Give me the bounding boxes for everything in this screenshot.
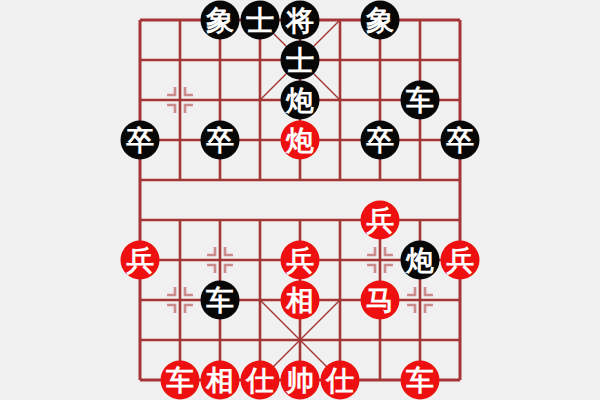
board-point-1-9[interactable]: 车 xyxy=(160,360,200,400)
red-elephant[interactable]: 相 xyxy=(281,281,320,320)
black-elephant[interactable]: 象 xyxy=(201,1,240,40)
board-point-0-0[interactable] xyxy=(120,0,160,40)
board-point-2-5[interactable] xyxy=(200,200,240,240)
board-point-7-0[interactable] xyxy=(400,0,440,40)
board-point-4-5[interactable] xyxy=(280,200,320,240)
board-point-1-3[interactable] xyxy=(160,120,200,160)
board-point-3-8[interactable] xyxy=(240,320,280,360)
board-point-8-2[interactable] xyxy=(440,80,480,120)
board-point-3-2[interactable] xyxy=(240,80,280,120)
black-elephant[interactable]: 象 xyxy=(361,1,400,40)
board-point-4-8[interactable] xyxy=(280,320,320,360)
board-point-1-6[interactable] xyxy=(160,240,200,280)
board-point-2-9[interactable]: 相 xyxy=(200,360,240,400)
board-point-2-4[interactable] xyxy=(200,160,240,200)
board-point-4-6[interactable]: 兵 xyxy=(280,240,320,280)
board-point-6-2[interactable] xyxy=(360,80,400,120)
board-point-6-3[interactable]: 卒 xyxy=(360,120,400,160)
board-point-7-2[interactable]: 车 xyxy=(400,80,440,120)
board-point-0-7[interactable] xyxy=(120,280,160,320)
board-point-6-8[interactable] xyxy=(360,320,400,360)
black-advisor[interactable]: 士 xyxy=(241,1,280,40)
board-point-8-3[interactable]: 卒 xyxy=(440,120,480,160)
red-cannon[interactable]: 炮 xyxy=(281,121,320,160)
board-point-2-7[interactable]: 车 xyxy=(200,280,240,320)
board-point-2-1[interactable] xyxy=(200,40,240,80)
board-grid: 象士将象士炮车卒卒炮卒卒兵兵兵炮兵车相马车相仕帅仕车 xyxy=(120,0,480,400)
black-soldier[interactable]: 卒 xyxy=(121,121,160,160)
board-point-3-4[interactable] xyxy=(240,160,280,200)
board-point-1-4[interactable] xyxy=(160,160,200,200)
board-point-5-3[interactable] xyxy=(320,120,360,160)
board-point-5-9[interactable]: 仕 xyxy=(320,360,360,400)
board-point-3-7[interactable] xyxy=(240,280,280,320)
board-point-2-0[interactable]: 象 xyxy=(200,0,240,40)
board-point-5-5[interactable] xyxy=(320,200,360,240)
black-advisor[interactable]: 士 xyxy=(281,41,320,80)
red-soldier[interactable]: 兵 xyxy=(121,241,160,280)
board-point-1-5[interactable] xyxy=(160,200,200,240)
black-soldier[interactable]: 卒 xyxy=(441,121,480,160)
red-horse[interactable]: 马 xyxy=(361,281,400,320)
board-point-2-8[interactable] xyxy=(200,320,240,360)
board-point-8-7[interactable] xyxy=(440,280,480,320)
board-point-8-1[interactable] xyxy=(440,40,480,80)
board-point-7-9[interactable]: 车 xyxy=(400,360,440,400)
board-point-0-3[interactable]: 卒 xyxy=(120,120,160,160)
board-point-3-6[interactable] xyxy=(240,240,280,280)
board-point-7-5[interactable] xyxy=(400,200,440,240)
board-point-7-7[interactable] xyxy=(400,280,440,320)
board-point-6-5[interactable]: 兵 xyxy=(360,200,400,240)
board-point-0-5[interactable] xyxy=(120,200,160,240)
board-point-6-7[interactable]: 马 xyxy=(360,280,400,320)
black-soldier[interactable]: 卒 xyxy=(361,121,400,160)
board-point-2-3[interactable]: 卒 xyxy=(200,120,240,160)
board-point-7-1[interactable] xyxy=(400,40,440,80)
black-chariot[interactable]: 车 xyxy=(201,281,240,320)
board-point-8-9[interactable] xyxy=(440,360,480,400)
board-point-3-5[interactable] xyxy=(240,200,280,240)
red-chariot[interactable]: 车 xyxy=(401,361,440,400)
board-point-8-6[interactable]: 兵 xyxy=(440,240,480,280)
board-point-3-3[interactable] xyxy=(240,120,280,160)
board-point-1-8[interactable] xyxy=(160,320,200,360)
board-point-7-8[interactable] xyxy=(400,320,440,360)
red-advisor[interactable]: 仕 xyxy=(321,361,360,400)
black-general[interactable]: 将 xyxy=(281,1,320,40)
board-point-1-0[interactable] xyxy=(160,0,200,40)
black-cannon[interactable]: 炮 xyxy=(401,241,440,280)
board-point-8-4[interactable] xyxy=(440,160,480,200)
board-point-3-1[interactable] xyxy=(240,40,280,80)
board-point-6-0[interactable]: 象 xyxy=(360,0,400,40)
board-point-1-2[interactable] xyxy=(160,80,200,120)
board-point-6-1[interactable] xyxy=(360,40,400,80)
board-point-4-2[interactable]: 炮 xyxy=(280,80,320,120)
board-point-5-1[interactable] xyxy=(320,40,360,80)
board-point-4-0[interactable]: 将 xyxy=(280,0,320,40)
board-point-5-0[interactable] xyxy=(320,0,360,40)
board-point-4-9[interactable]: 帅 xyxy=(280,360,320,400)
board-point-2-2[interactable] xyxy=(200,80,240,120)
red-advisor[interactable]: 仕 xyxy=(241,361,280,400)
board-point-8-5[interactable] xyxy=(440,200,480,240)
board-point-0-4[interactable] xyxy=(120,160,160,200)
black-chariot[interactable]: 车 xyxy=(401,81,440,120)
board-point-7-4[interactable] xyxy=(400,160,440,200)
board-point-6-9[interactable] xyxy=(360,360,400,400)
board-point-4-1[interactable]: 士 xyxy=(280,40,320,80)
board-point-2-6[interactable] xyxy=(200,240,240,280)
black-cannon[interactable]: 炮 xyxy=(281,81,320,120)
board-point-7-6[interactable]: 炮 xyxy=(400,240,440,280)
board-point-7-3[interactable] xyxy=(400,120,440,160)
board-point-8-8[interactable] xyxy=(440,320,480,360)
board-point-4-3[interactable]: 炮 xyxy=(280,120,320,160)
board-point-1-1[interactable] xyxy=(160,40,200,80)
board-point-0-8[interactable] xyxy=(120,320,160,360)
board-point-4-7[interactable]: 相 xyxy=(280,280,320,320)
board-point-0-6[interactable]: 兵 xyxy=(120,240,160,280)
board-point-6-4[interactable] xyxy=(360,160,400,200)
red-general[interactable]: 帅 xyxy=(281,361,320,400)
board-point-5-2[interactable] xyxy=(320,80,360,120)
board-point-6-6[interactable] xyxy=(360,240,400,280)
board-point-0-2[interactable] xyxy=(120,80,160,120)
black-soldier[interactable]: 卒 xyxy=(201,121,240,160)
red-soldier[interactable]: 兵 xyxy=(441,241,480,280)
red-chariot[interactable]: 车 xyxy=(161,361,200,400)
red-soldier[interactable]: 兵 xyxy=(361,201,400,240)
board-point-5-6[interactable] xyxy=(320,240,360,280)
red-elephant[interactable]: 相 xyxy=(201,361,240,400)
board-point-0-1[interactable] xyxy=(120,40,160,80)
board-point-8-0[interactable] xyxy=(440,0,480,40)
board-point-3-9[interactable]: 仕 xyxy=(240,360,280,400)
board-point-5-8[interactable] xyxy=(320,320,360,360)
board-point-4-4[interactable] xyxy=(280,160,320,200)
board-point-5-4[interactable] xyxy=(320,160,360,200)
board-point-1-7[interactable] xyxy=(160,280,200,320)
board-point-3-0[interactable]: 士 xyxy=(240,0,280,40)
board-point-0-9[interactable] xyxy=(120,360,160,400)
red-soldier[interactable]: 兵 xyxy=(281,241,320,280)
xiangqi-board-screenshot: 象士将象士炮车卒卒炮卒卒兵兵兵炮兵车相马车相仕帅仕车 xyxy=(0,0,600,400)
board-point-5-7[interactable] xyxy=(320,280,360,320)
